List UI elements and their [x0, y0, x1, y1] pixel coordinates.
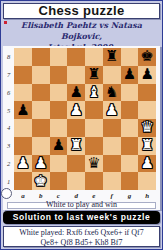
square-a3[interactable] — [14, 137, 32, 155]
square-e2[interactable]: ♛ — [85, 155, 103, 173]
square-g1[interactable] — [121, 172, 139, 190]
white-king-b1: ♚ — [34, 173, 47, 190]
black-king-h8: ♚ — [140, 48, 153, 65]
square-a1[interactable] — [14, 172, 32, 190]
square-f1[interactable] — [103, 172, 121, 190]
black-pawn-a5: ♟ — [16, 102, 29, 119]
square-c7[interactable] — [50, 66, 68, 84]
square-c1[interactable] — [50, 172, 68, 190]
square-c5[interactable] — [50, 101, 68, 119]
square-e1[interactable] — [85, 172, 103, 190]
file-label-g: g — [121, 191, 139, 201]
square-h7[interactable]: ♟ — [138, 66, 156, 84]
square-b4[interactable] — [32, 119, 50, 137]
square-f2[interactable] — [103, 155, 121, 173]
square-d2[interactable] — [67, 155, 85, 173]
square-g3[interactable] — [121, 137, 139, 155]
chess-board: ♜♚♜♟♟♟♝♞♟♟♟♛♟♜♜♟♟♛♟♚ — [14, 48, 156, 190]
square-g8[interactable] — [121, 48, 139, 66]
square-b7[interactable] — [32, 66, 50, 84]
black-pawn-g7: ♟ — [123, 66, 136, 83]
white-rook-h3: ♜ — [140, 137, 153, 154]
square-d3[interactable]: ♜ — [67, 137, 85, 155]
solution-banner: Solution to last week's puzzle — [3, 211, 160, 224]
rank-label-7: 7 — [3, 66, 14, 84]
square-h4[interactable]: ♛ — [138, 119, 156, 137]
square-f7[interactable] — [103, 66, 121, 84]
square-h1[interactable] — [138, 172, 156, 190]
white-pawn-b2: ♟ — [34, 155, 47, 172]
solution-line-1: White played: Rxf6 fxe6 Qxe6+ if Qf7 — [4, 228, 159, 238]
square-f4[interactable] — [103, 119, 121, 137]
corner-circle-marker — [1, 188, 12, 199]
rank-label-6: 6 — [3, 84, 14, 102]
black-knight-f6: ♞ — [105, 84, 118, 101]
subtitle-players: Elisabeth Paehtz vs Natasa Bojkovic, — [3, 20, 160, 42]
white-pawn-h2: ♟ — [140, 155, 153, 172]
square-e5[interactable] — [85, 101, 103, 119]
square-e3[interactable] — [85, 137, 103, 155]
square-a4[interactable] — [14, 119, 32, 137]
square-h5[interactable] — [138, 101, 156, 119]
square-g2[interactable] — [121, 155, 139, 173]
page-title-text: Chess puzzle — [39, 3, 125, 18]
square-b3[interactable] — [32, 137, 50, 155]
square-f6[interactable]: ♞ — [103, 84, 121, 102]
solution-line-2: Qe8+ Qf8 Bd5+ Kh8 Bf7 — [4, 238, 159, 248]
square-b5[interactable] — [32, 101, 50, 119]
square-h3[interactable]: ♜ — [138, 137, 156, 155]
square-c8[interactable] — [50, 48, 68, 66]
black-rook-e7: ♜ — [87, 66, 100, 83]
white-bishop-e6: ♝ — [87, 84, 100, 101]
square-d4[interactable] — [67, 119, 85, 137]
square-a8[interactable] — [14, 48, 32, 66]
square-b8[interactable] — [32, 48, 50, 66]
solution-banner-text: Solution to last week's puzzle — [13, 212, 151, 222]
board-caption-text: White to play and win — [46, 200, 117, 209]
square-e7[interactable]: ♜ — [85, 66, 103, 84]
black-queen-e2: ♛ — [87, 155, 100, 172]
square-e6[interactable]: ♝ — [85, 84, 103, 102]
black-pawn-h7: ♟ — [140, 66, 153, 83]
rank-label-8: 8 — [3, 48, 14, 66]
square-c3[interactable]: ♟ — [50, 137, 68, 155]
square-a5[interactable]: ♟ — [14, 101, 32, 119]
square-a6[interactable] — [14, 84, 32, 102]
square-b2[interactable]: ♟ — [32, 155, 50, 173]
rank-label-4: 4 — [3, 119, 14, 137]
square-c6[interactable] — [50, 84, 68, 102]
white-rook-d3: ♜ — [69, 137, 82, 154]
square-a7[interactable] — [14, 66, 32, 84]
square-f3[interactable] — [103, 137, 121, 155]
square-d5[interactable]: ♟ — [67, 101, 85, 119]
square-h2[interactable]: ♟ — [138, 155, 156, 173]
black-pawn-d6: ♟ — [69, 84, 82, 101]
square-b6[interactable] — [32, 84, 50, 102]
white-queen-h4: ♛ — [140, 119, 153, 136]
board-panel: 87654321 ♜♚♜♟♟♟♝♞♟♟♟♛♟♜♜♟♟♛♟♚ abcdefgh W… — [3, 46, 160, 210]
rank-label-5: 5 — [3, 101, 14, 119]
rank-label-3: 3 — [3, 137, 14, 155]
square-b1[interactable]: ♚ — [32, 172, 50, 190]
square-a2[interactable]: ♟ — [14, 155, 32, 173]
square-h8[interactable]: ♚ — [138, 48, 156, 66]
square-d8[interactable] — [67, 48, 85, 66]
square-g4[interactable] — [121, 119, 139, 137]
white-pawn-d5: ♟ — [69, 102, 82, 119]
square-g5[interactable] — [121, 101, 139, 119]
black-pawn-c3: ♟ — [52, 137, 65, 154]
file-label-h: h — [138, 191, 156, 201]
square-e8[interactable] — [85, 48, 103, 66]
rank-label-2: 2 — [3, 155, 14, 173]
page-title: Chess puzzle — [3, 3, 160, 19]
white-pawn-a2: ♟ — [16, 155, 29, 172]
square-d1[interactable] — [67, 172, 85, 190]
rank-labels: 87654321 — [3, 48, 14, 190]
square-g7[interactable]: ♟ — [121, 66, 139, 84]
board-caption: White to play and win — [7, 202, 156, 209]
square-d6[interactable]: ♟ — [67, 84, 85, 102]
file-label-a: a — [14, 191, 32, 201]
square-d7[interactable] — [67, 66, 85, 84]
square-f5[interactable]: ♟ — [103, 101, 121, 119]
square-c4[interactable] — [50, 119, 68, 137]
square-f8[interactable]: ♜ — [103, 48, 121, 66]
square-c2[interactable] — [50, 155, 68, 173]
solution-box: White played: Rxf6 fxe6 Qxe6+ if Qf7 Qe8… — [3, 226, 160, 247]
white-pawn-f5: ♟ — [105, 102, 118, 119]
square-e4[interactable] — [85, 119, 103, 137]
square-h6[interactable] — [138, 84, 156, 102]
square-g6[interactable] — [121, 84, 139, 102]
black-rook-f8: ♜ — [105, 48, 118, 65]
